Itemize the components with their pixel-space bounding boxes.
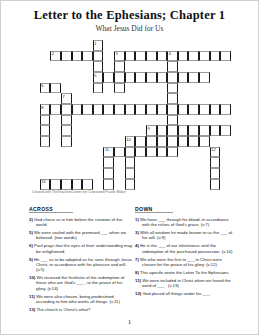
page-title: Letter to the Ephesians; Chapter 1 bbox=[1, 8, 258, 23]
crossword-cell-r1c8[interactable]: 3 bbox=[114, 51, 125, 62]
crossword-cell-r10c11[interactable] bbox=[146, 147, 157, 158]
crossword-cell-r1c15[interactable] bbox=[188, 51, 199, 62]
crossword-cell-r4c8[interactable] bbox=[114, 83, 125, 94]
crossword-cell-r6c13[interactable] bbox=[167, 104, 178, 115]
across-clue-2: 2) God chose us in him before the creati… bbox=[29, 217, 133, 228]
crossword-cell-r8c16[interactable] bbox=[199, 125, 210, 136]
down-clue-1: 1) We have ___ through his blood, in acc… bbox=[135, 217, 235, 228]
crossword-cell-r10c7[interactable]: 11 bbox=[103, 147, 114, 158]
maker-watermark: Created with TheTeachersCorner.net Cross… bbox=[32, 190, 126, 194]
down-clue-12: 12) God placed all things under his ___ … bbox=[135, 291, 235, 296]
clue-number: 1) bbox=[135, 217, 140, 222]
across-clues-column: ACROSS 2) God chose us in him before the… bbox=[29, 197, 133, 315]
crossword-cell-r9c11[interactable] bbox=[146, 136, 157, 147]
crossword-cell-r10c17[interactable]: 12 bbox=[210, 147, 221, 158]
crossword-cell-r1c14[interactable] bbox=[178, 51, 189, 62]
cell-number-2: 2 bbox=[52, 51, 54, 56]
across-clue-6: 6) Paul prays that the eyes of their und… bbox=[29, 243, 133, 254]
down-clue-7: 7) We who were the first to ___ in Chris… bbox=[135, 257, 235, 268]
crossword-cell-r8c14[interactable] bbox=[178, 125, 189, 136]
crossword-cell-r6c17[interactable] bbox=[210, 104, 221, 115]
crossword-cell-r1c13[interactable]: 4 bbox=[167, 51, 178, 62]
across-clue-10: 10) We received the firstfruits of the r… bbox=[29, 275, 133, 291]
cell-number-6: 6 bbox=[41, 83, 43, 88]
clue-number: 8) bbox=[135, 270, 140, 275]
crossword-cell-r1c6[interactable] bbox=[93, 51, 104, 62]
cell-number-10: 10 bbox=[126, 137, 130, 142]
down-header: DOWN bbox=[135, 206, 173, 213]
crossword-cell-r9c10[interactable] bbox=[135, 136, 146, 147]
crossword-cell-r4c6[interactable] bbox=[93, 83, 104, 94]
crossword-cell-r3c15[interactable] bbox=[188, 72, 199, 83]
crossword-cell-r6c15[interactable] bbox=[188, 104, 199, 115]
page-subtitle: What Jesus Did for Us bbox=[1, 24, 258, 33]
crossword-cell-r13c3[interactable] bbox=[61, 179, 72, 190]
crossword-cell-r6c1[interactable]: 8 bbox=[40, 104, 51, 115]
crossword-cell-r6c11[interactable] bbox=[146, 104, 157, 115]
crossword-cell-r1c2[interactable]: 2 bbox=[50, 51, 61, 62]
cell-number-9: 9 bbox=[147, 126, 149, 131]
crossword-cell-r2c8[interactable] bbox=[114, 61, 125, 72]
crossword-cell-r7c13[interactable] bbox=[167, 115, 178, 126]
cell-number-4: 4 bbox=[169, 51, 171, 56]
crossword-cell-r12c17[interactable] bbox=[210, 168, 221, 179]
crossword-cell-r10c10[interactable] bbox=[135, 147, 146, 158]
crossword-cell-r1c3[interactable] bbox=[61, 51, 72, 62]
crossword-cell-r3c6[interactable]: 5 bbox=[93, 72, 104, 83]
clue-number: 12) bbox=[135, 291, 142, 296]
crossword-cell-r3c9[interactable] bbox=[125, 72, 136, 83]
clue-number: 6) bbox=[29, 243, 34, 248]
crossword-cell-r1c4[interactable] bbox=[72, 51, 83, 62]
cell-number-1: 1 bbox=[94, 41, 96, 46]
crossword-page: Letter to the Ephesians; Chapter 1 What … bbox=[0, 0, 259, 335]
crossword-cell-r6c5[interactable] bbox=[82, 104, 93, 115]
crossword-cell-r9c12[interactable] bbox=[157, 136, 168, 147]
across-header: ACROSS bbox=[29, 206, 73, 213]
crossword-cell-r13c9[interactable] bbox=[125, 179, 136, 190]
crossword-cell-r6c10[interactable] bbox=[135, 104, 146, 115]
crossword-cell-r8c3[interactable] bbox=[61, 125, 72, 136]
clue-number: 3) bbox=[135, 230, 140, 235]
crossword-cell-r8c11[interactable]: 9 bbox=[146, 125, 157, 136]
crossword-cell-r3c12[interactable] bbox=[157, 72, 168, 83]
crossword-cell-r10c13[interactable] bbox=[167, 147, 178, 158]
crossword-cell-r3c11[interactable] bbox=[146, 72, 157, 83]
crossword-cell-r2c13[interactable] bbox=[167, 61, 178, 72]
crossword-cell-r1c16[interactable] bbox=[199, 51, 210, 62]
cell-number-3: 3 bbox=[116, 51, 118, 56]
crossword-cell-r1c17[interactable] bbox=[210, 51, 221, 62]
crossword-cell-r0c6[interactable]: 1 bbox=[93, 40, 104, 51]
crossword-cell-r13c1[interactable]: 13 bbox=[40, 179, 51, 190]
cell-number-12: 12 bbox=[211, 147, 215, 152]
crossword-cell-r13c5[interactable] bbox=[82, 179, 93, 190]
crossword-cell-r11c7[interactable] bbox=[103, 157, 114, 168]
crossword-cell-r3c10[interactable] bbox=[135, 72, 146, 83]
crossword-cell-r1c10[interactable] bbox=[135, 51, 146, 62]
down-clue-4: 4) He is the ___ of our inheritance unti… bbox=[135, 243, 235, 254]
clue-number: 2) bbox=[29, 217, 34, 222]
across-clue-list: 2) God chose us in him before the creati… bbox=[29, 217, 133, 312]
cell-number-5: 5 bbox=[94, 73, 96, 78]
crossword-cell-r9c14[interactable] bbox=[178, 136, 189, 147]
down-clue-3: 3) With all wisdom he made known to us t… bbox=[135, 230, 235, 241]
cell-number-7: 7 bbox=[62, 94, 64, 99]
crossword-cell-r5c13[interactable] bbox=[167, 93, 178, 104]
crossword-cell-r2c6[interactable] bbox=[93, 61, 104, 72]
crossword-cell-r6c7[interactable] bbox=[103, 104, 114, 115]
crossword-cell-r5c3[interactable]: 7 bbox=[61, 93, 72, 104]
crossword-cell-r1c12[interactable] bbox=[157, 51, 168, 62]
crossword-cell-r6c9[interactable] bbox=[125, 104, 136, 115]
across-clue-13: 13) The church is Christ's what? bbox=[29, 307, 133, 312]
crossword-cell-r8c18[interactable] bbox=[220, 125, 231, 136]
crossword-cell-r6c6[interactable] bbox=[93, 104, 104, 115]
crossword-cell-r13c4[interactable] bbox=[72, 179, 83, 190]
cell-number-13: 13 bbox=[41, 179, 45, 184]
across-clue-11: 11) We were also chosen, being predestin… bbox=[29, 294, 133, 305]
crossword-cell-r8c17[interactable] bbox=[210, 125, 221, 136]
crossword-cell-r8c15[interactable] bbox=[188, 125, 199, 136]
crossword-cell-r1c9[interactable] bbox=[125, 51, 136, 62]
crossword-cell-r6c16[interactable] bbox=[199, 104, 210, 115]
crossword-cell-r1c5[interactable] bbox=[82, 51, 93, 62]
clue-number: 9) bbox=[29, 257, 34, 262]
crossword-cell-r13c7[interactable] bbox=[103, 179, 114, 190]
down-clues-column: DOWN 1) We have ___ through his blood, i… bbox=[135, 197, 235, 299]
crossword-cell-r6c8[interactable] bbox=[114, 104, 125, 115]
crossword-cell-r10c8[interactable] bbox=[114, 147, 125, 158]
crossword-cell-r4c1[interactable]: 6 bbox=[40, 83, 51, 94]
crossword-cell-r6c3[interactable] bbox=[61, 104, 72, 115]
crossword-cell-r8c13[interactable] bbox=[167, 125, 178, 136]
crossword-cell-r9c15[interactable] bbox=[188, 136, 199, 147]
crossword-cell-r6c12[interactable] bbox=[157, 104, 168, 115]
crossword-cell-r7c1[interactable] bbox=[40, 115, 51, 126]
crossword-cell-r6c2[interactable] bbox=[50, 104, 61, 115]
crossword-cell-r1c18[interactable] bbox=[220, 51, 231, 62]
crossword-cell-r10c9[interactable] bbox=[125, 147, 136, 158]
crossword-cell-r3c8[interactable] bbox=[114, 72, 125, 83]
across-clue-9: 9) He ___ us to be adopted as his sons t… bbox=[29, 257, 133, 273]
crossword-cell-r9c1[interactable] bbox=[40, 136, 51, 147]
clue-number: 4) bbox=[135, 243, 140, 248]
crossword-cell-r4c13[interactable] bbox=[167, 83, 178, 94]
down-clue-list: 1) We have ___ through his blood, in acc… bbox=[135, 217, 235, 296]
page-number: 1 bbox=[1, 318, 258, 326]
clue-number: 13) bbox=[29, 307, 36, 312]
clue-number: 10) bbox=[29, 275, 36, 280]
crossword-cell-r13c17[interactable] bbox=[210, 179, 221, 190]
crossword-cell-r7c3[interactable] bbox=[61, 115, 72, 126]
crossword-cell-r12c7[interactable] bbox=[103, 168, 114, 179]
crossword-cell-r1c11[interactable] bbox=[146, 51, 157, 62]
across-clue-5: 5) We were sealed with the promised ___ … bbox=[29, 230, 133, 241]
clue-number: 7) bbox=[135, 257, 140, 262]
crossword-cell-r12c9[interactable] bbox=[125, 168, 136, 179]
crossword-cell-r11c9[interactable] bbox=[125, 157, 136, 168]
crossword-cell-r3c13[interactable] bbox=[167, 72, 178, 83]
clue-number: 11) bbox=[29, 294, 36, 299]
crossword-cell-r3c14[interactable] bbox=[178, 72, 189, 83]
crossword-cell-r6c14[interactable] bbox=[178, 104, 189, 115]
cell-number-8: 8 bbox=[41, 105, 43, 110]
crossword-cell-r3c7[interactable] bbox=[103, 72, 114, 83]
crossword-cell-r11c17[interactable] bbox=[210, 157, 221, 168]
crossword-cell-r4c2[interactable] bbox=[50, 83, 61, 94]
cell-number-11: 11 bbox=[105, 147, 109, 152]
crossword-cell-r9c16[interactable] bbox=[199, 136, 210, 147]
down-clue-11: 11) We were included in Christ when we h… bbox=[135, 278, 235, 289]
clue-number: 11) bbox=[135, 278, 142, 283]
crossword-cell-r8c12[interactable] bbox=[157, 125, 168, 136]
clue-number: 5) bbox=[29, 230, 34, 235]
crossword-cell-r6c18[interactable] bbox=[220, 104, 231, 115]
crossword-cell-r9c9[interactable]: 10 bbox=[125, 136, 136, 147]
crossword-cell-r8c1[interactable] bbox=[40, 125, 51, 136]
crossword-cell-r13c2[interactable] bbox=[50, 179, 61, 190]
crossword-cell-r9c3[interactable] bbox=[61, 136, 72, 147]
crossword-cell-r3c16[interactable] bbox=[199, 72, 210, 83]
down-clue-8: 8) This apostle wrote the Letter To the … bbox=[135, 270, 235, 275]
crossword-cell-r6c4[interactable] bbox=[72, 104, 83, 115]
crossword-cell-r9c13[interactable] bbox=[167, 136, 178, 147]
crossword-cell-r10c12[interactable] bbox=[157, 147, 168, 158]
crossword-grid: 12345678910111213 bbox=[29, 40, 233, 191]
